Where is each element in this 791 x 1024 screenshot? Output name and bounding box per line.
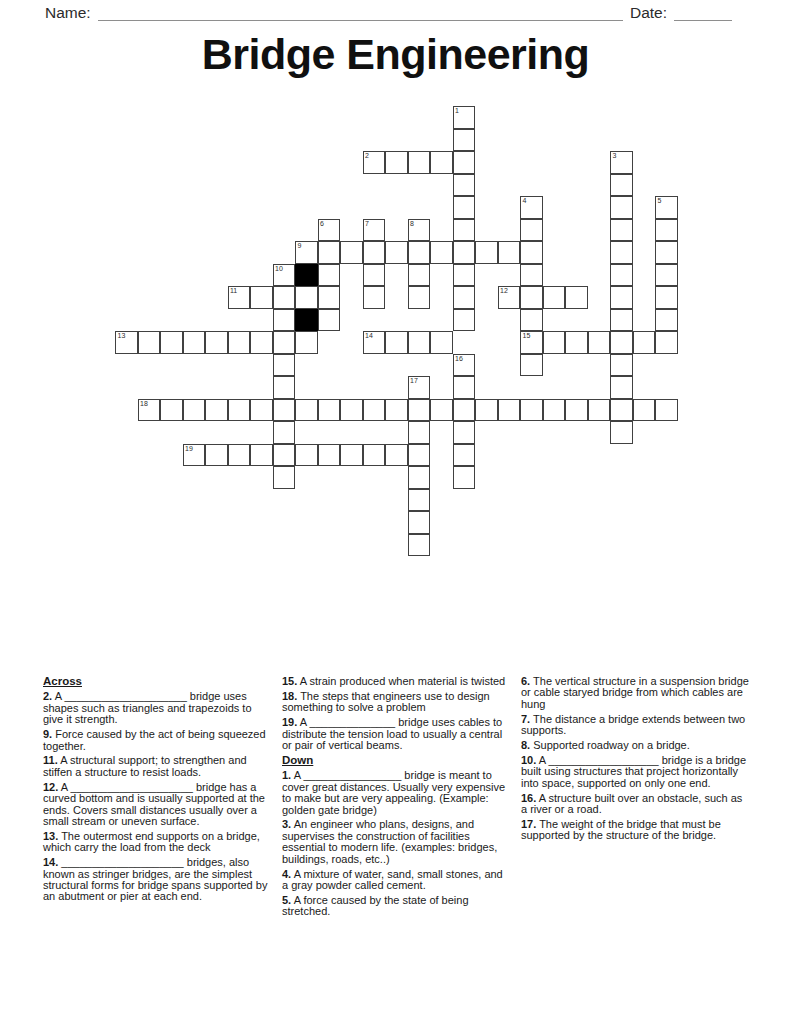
grid-cell[interactable]: 13: [115, 331, 138, 354]
grid-cell[interactable]: [363, 241, 386, 264]
grid-cell[interactable]: [408, 399, 431, 422]
clue-number-label: 12.: [43, 781, 58, 793]
clue-number: 16: [455, 355, 463, 363]
clue: 16. A structure built over an obstacle, …: [521, 793, 749, 816]
grid-cell[interactable]: 1: [453, 106, 476, 129]
grid-cell[interactable]: [340, 241, 363, 264]
clue-number-label: 6.: [521, 675, 530, 687]
grid-cell[interactable]: [363, 399, 386, 422]
grid-cell[interactable]: [565, 399, 588, 422]
grid-cell[interactable]: [498, 241, 521, 264]
clue-number: 7: [365, 220, 369, 228]
clue-number-label: 2.: [43, 690, 52, 702]
grid-cell[interactable]: [318, 286, 341, 309]
blocked-cell: [295, 264, 318, 287]
grid-cell[interactable]: [610, 399, 633, 422]
grid-cell[interactable]: [340, 399, 363, 422]
grid-cell[interactable]: [160, 399, 183, 422]
grid-cell[interactable]: [655, 241, 678, 264]
grid-cell[interactable]: [228, 331, 251, 354]
grid-cell[interactable]: [318, 399, 341, 422]
clue: 7. The distance a bridge extends between…: [521, 714, 749, 737]
grid-cell[interactable]: [430, 241, 453, 264]
grid-cell[interactable]: [520, 264, 543, 287]
grid-cell[interactable]: [588, 399, 611, 422]
grid-cell[interactable]: [385, 241, 408, 264]
grid-cell[interactable]: 14: [363, 331, 386, 354]
clue-number: 14: [365, 332, 373, 340]
grid-cell[interactable]: [610, 174, 633, 197]
grid-cell[interactable]: 16: [453, 354, 476, 377]
grid-cell[interactable]: [318, 264, 341, 287]
grid-cell[interactable]: 11: [228, 286, 251, 309]
grid-cell[interactable]: [385, 151, 408, 174]
clue-number-label: 1.: [282, 769, 291, 781]
clue: 8. Supported roadway on a bridge.: [521, 740, 749, 751]
grid-cell[interactable]: [565, 331, 588, 354]
grid-cell[interactable]: [453, 264, 476, 287]
grid-cell[interactable]: 10: [273, 264, 296, 287]
date-label: Date:: [630, 4, 667, 22]
grid-cell[interactable]: 9: [295, 241, 318, 264]
grid-cell[interactable]: [385, 444, 408, 467]
grid-cell[interactable]: [273, 309, 296, 332]
grid-cell[interactable]: [565, 286, 588, 309]
grid-cell[interactable]: [408, 331, 431, 354]
grid-cell[interactable]: [273, 331, 296, 354]
clue-number-label: 9.: [43, 728, 52, 740]
grid-cell[interactable]: [453, 309, 476, 332]
clue: 9. Force caused by the act of being sque…: [43, 729, 271, 752]
grid-cell[interactable]: [160, 331, 183, 354]
clue: 5. A force caused by the state of being …: [282, 895, 510, 918]
grid-cell[interactable]: [655, 399, 678, 422]
grid-cell[interactable]: [408, 466, 431, 489]
grid-cell[interactable]: [363, 444, 386, 467]
clue-number: 13: [118, 332, 126, 340]
clue: 11. A structural support; to strengthen …: [43, 755, 271, 778]
grid-cell[interactable]: [273, 444, 296, 467]
grid-cell[interactable]: 12: [498, 286, 521, 309]
clue-number: 1: [455, 107, 459, 115]
clue-number-label: 14.: [43, 856, 58, 868]
grid-cell[interactable]: 8: [408, 219, 431, 242]
clue: 13. The outermost end supports on a brid…: [43, 831, 271, 854]
grid-cell[interactable]: [453, 444, 476, 467]
clue: 6. The vertical structure in a suspensio…: [521, 676, 749, 710]
grid-cell[interactable]: [340, 444, 363, 467]
grid-cell[interactable]: [655, 309, 678, 332]
grid-cell[interactable]: [655, 331, 678, 354]
grid-cell[interactable]: [408, 286, 431, 309]
grid-cell[interactable]: [250, 286, 273, 309]
grid-cell[interactable]: [363, 264, 386, 287]
grid-cell[interactable]: [453, 376, 476, 399]
clue-column: 15. A strain produced when material is t…: [282, 676, 510, 921]
clue-number-label: 4.: [282, 868, 291, 880]
grid-cell[interactable]: [250, 444, 273, 467]
grid-cell[interactable]: 19: [183, 444, 206, 467]
grid-cell[interactable]: [610, 354, 633, 377]
blocked-cell: [295, 309, 318, 332]
grid-cell[interactable]: [453, 219, 476, 242]
grid-cell[interactable]: [453, 174, 476, 197]
grid-cell[interactable]: 3: [610, 151, 633, 174]
clue: 1. A ________________ bridge is meant to…: [282, 770, 510, 816]
grid-cell[interactable]: [430, 331, 453, 354]
clue-number: 15: [523, 332, 531, 340]
clue-number-label: 7.: [521, 713, 530, 725]
name-input-line[interactable]: [98, 6, 623, 21]
grid-cell[interactable]: [273, 421, 296, 444]
clue: 2. A ____________________ bridge uses sh…: [43, 691, 271, 725]
grid-cell[interactable]: 15: [520, 331, 543, 354]
clue-number: 6: [320, 220, 324, 228]
grid-cell[interactable]: [655, 286, 678, 309]
clue-number-label: 15.: [282, 675, 297, 687]
grid-cell[interactable]: [228, 444, 251, 467]
clue-number-label: 10.: [521, 754, 536, 766]
grid-cell[interactable]: 2: [363, 151, 386, 174]
grid-cell[interactable]: [385, 399, 408, 422]
grid-cell[interactable]: [273, 286, 296, 309]
grid-cell[interactable]: [520, 399, 543, 422]
grid-cell[interactable]: [228, 399, 251, 422]
grid-cell[interactable]: [520, 354, 543, 377]
grid-cell[interactable]: 17: [408, 376, 431, 399]
grid-cell[interactable]: [588, 331, 611, 354]
name-date-row: Name: Date:: [45, 4, 732, 22]
grid-cell[interactable]: 18: [138, 399, 161, 422]
grid-cell[interactable]: [408, 421, 431, 444]
grid-cell[interactable]: [363, 286, 386, 309]
grid-cell[interactable]: [655, 219, 678, 242]
clue: 18. The steps that engineers use to desi…: [282, 691, 510, 714]
grid-cell[interactable]: [453, 129, 476, 152]
grid-cell[interactable]: [633, 331, 656, 354]
grid-cell[interactable]: [430, 151, 453, 174]
grid-cell[interactable]: [633, 399, 656, 422]
grid-cell[interactable]: [610, 331, 633, 354]
grid-cell[interactable]: [183, 331, 206, 354]
grid-cell[interactable]: [453, 399, 476, 422]
grid-cell[interactable]: [250, 399, 273, 422]
grid-cell[interactable]: [385, 331, 408, 354]
clue-number: 3: [613, 152, 617, 160]
grid-cell[interactable]: [520, 241, 543, 264]
grid-cell[interactable]: [408, 444, 431, 467]
clue-number: 11: [230, 287, 237, 295]
grid-cell[interactable]: [520, 309, 543, 332]
grid-cell[interactable]: [138, 331, 161, 354]
clue-number: 8: [410, 220, 414, 228]
grid-cell[interactable]: 4: [520, 196, 543, 219]
grid-cell[interactable]: [610, 286, 633, 309]
grid-cell[interactable]: [205, 444, 228, 467]
grid-cell[interactable]: [295, 331, 318, 354]
grid-cell[interactable]: [453, 421, 476, 444]
grid-cell[interactable]: [273, 466, 296, 489]
clue-number-label: 8.: [521, 739, 530, 751]
clue-list-header: Across: [43, 676, 271, 687]
grid-cell[interactable]: [205, 331, 228, 354]
grid-cell[interactable]: [453, 466, 476, 489]
grid-cell[interactable]: [610, 241, 633, 264]
grid-cell[interactable]: [273, 376, 296, 399]
grid-cell[interactable]: [318, 309, 341, 332]
clue-number-label: 3.: [282, 818, 291, 830]
grid-cell[interactable]: [250, 331, 273, 354]
page-title: Bridge Engineering: [0, 30, 791, 79]
date-input-line[interactable]: [674, 6, 732, 21]
grid-cell[interactable]: [520, 219, 543, 242]
grid-cell[interactable]: [475, 399, 498, 422]
clue-number-label: 16.: [521, 792, 536, 804]
grid-cell[interactable]: [295, 399, 318, 422]
clue-number-label: 11.: [43, 754, 58, 766]
grid-cell[interactable]: 7: [363, 219, 386, 242]
clue: 4. A mixture of water, sand, small stone…: [282, 869, 510, 892]
grid-cell[interactable]: [408, 264, 431, 287]
clue-number-label: 5.: [282, 894, 291, 906]
clue: 14. ____________________ bridges, also k…: [43, 857, 271, 903]
grid-cell[interactable]: [520, 286, 543, 309]
grid-cell[interactable]: [318, 444, 341, 467]
grid-cell[interactable]: [655, 264, 678, 287]
grid-cell[interactable]: [610, 264, 633, 287]
grid-cell[interactable]: [408, 511, 431, 534]
grid-cell[interactable]: [610, 376, 633, 399]
grid-cell[interactable]: [610, 196, 633, 219]
clue: 17. The weight of the bridge that must b…: [521, 819, 749, 842]
clue: 12. A ____________________ bridge has a …: [43, 782, 271, 828]
clue: 10. A __________________ bridge is a bri…: [521, 755, 749, 789]
grid-cell[interactable]: 5: [655, 196, 678, 219]
grid-cell[interactable]: [453, 151, 476, 174]
clue-number: 5: [658, 197, 662, 205]
clues-section: Across2. A ____________________ bridge u…: [43, 676, 750, 921]
grid-cell[interactable]: 6: [318, 219, 341, 242]
grid-cell[interactable]: [453, 241, 476, 264]
clue: 19. A ______________ bridge uses cables …: [282, 717, 510, 751]
grid-cell[interactable]: [543, 331, 566, 354]
clue-number-label: 13.: [43, 830, 58, 842]
clue-number-label: 17.: [521, 818, 536, 830]
grid-cell[interactable]: [408, 151, 431, 174]
grid-cell[interactable]: [273, 354, 296, 377]
grid-cell[interactable]: [183, 399, 206, 422]
grid-cell[interactable]: [408, 489, 431, 512]
grid-cell[interactable]: [295, 444, 318, 467]
grid-cell[interactable]: [498, 399, 521, 422]
grid-cell[interactable]: [318, 241, 341, 264]
grid-cell[interactable]: [475, 241, 498, 264]
grid-cell[interactable]: [543, 399, 566, 422]
clue-number: 2: [365, 152, 369, 160]
clue-number: 18: [140, 400, 148, 408]
clue-number-label: 18.: [282, 690, 297, 702]
clue-number: 17: [410, 377, 418, 385]
clue-number: 9: [298, 242, 302, 250]
clue: 15. A strain produced when material is t…: [282, 676, 510, 687]
clue-column: Across2. A ____________________ bridge u…: [43, 676, 271, 921]
grid-cell[interactable]: [408, 241, 431, 264]
grid-cell[interactable]: [543, 286, 566, 309]
clue-column: 6. The vertical structure in a suspensio…: [521, 676, 749, 921]
grid-cell[interactable]: [273, 399, 296, 422]
grid-cell[interactable]: [295, 286, 318, 309]
clue-list-header: Down: [282, 755, 510, 766]
name-label: Name:: [45, 4, 91, 22]
grid-cell[interactable]: [610, 219, 633, 242]
clue-number: 19: [185, 445, 193, 453]
grid-cell[interactable]: [610, 309, 633, 332]
grid-cell[interactable]: [430, 399, 453, 422]
grid-cell[interactable]: [408, 534, 431, 557]
clue-number: 12: [500, 287, 508, 295]
clue-number: 10: [275, 265, 283, 273]
clue-number: 4: [523, 197, 527, 205]
grid-cell[interactable]: [453, 196, 476, 219]
crossword-grid: 12345678910111213141516171819: [115, 106, 678, 556]
grid-cell[interactable]: [610, 421, 633, 444]
grid-cell[interactable]: [453, 286, 476, 309]
clue: 3. An engineer who plans, designs, and s…: [282, 819, 510, 865]
clue-number-label: 19.: [282, 716, 297, 728]
grid-cell[interactable]: [205, 399, 228, 422]
